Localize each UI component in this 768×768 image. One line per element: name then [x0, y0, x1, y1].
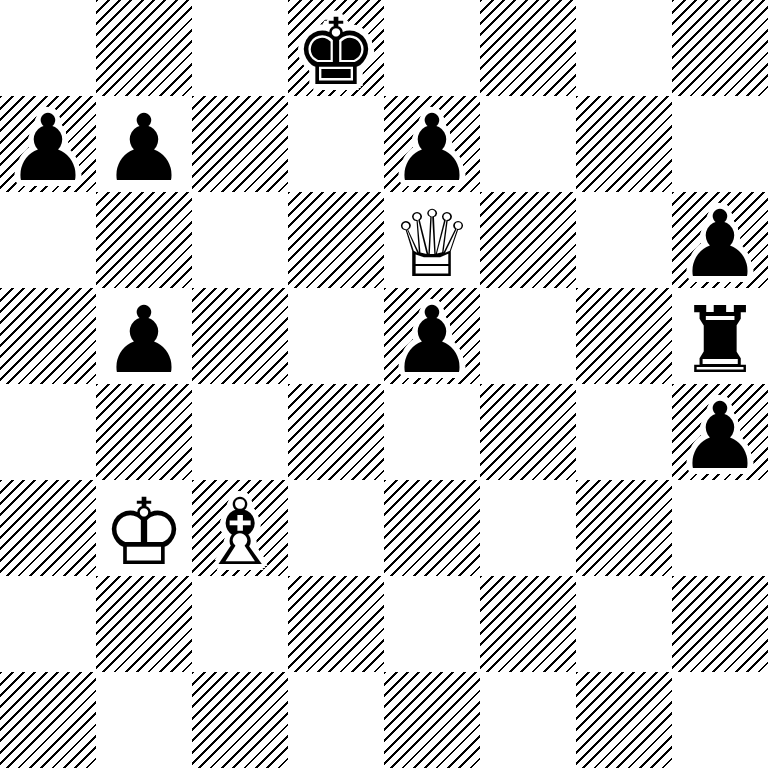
square-b4[interactable] [96, 384, 192, 480]
square-f3[interactable] [480, 480, 576, 576]
square-b8[interactable] [96, 0, 192, 96]
square-d8[interactable]: ♚ [288, 0, 384, 96]
square-d1[interactable] [288, 672, 384, 768]
piece-black-pawn-b7: ♟ [96, 96, 192, 192]
chess-board: ♚♟♟♟♛♕♟♟♟♜♟♚♔♝♗ [0, 0, 768, 768]
square-b5[interactable]: ♟ [96, 288, 192, 384]
square-e1[interactable] [384, 672, 480, 768]
square-g4[interactable] [576, 384, 672, 480]
square-f5[interactable] [480, 288, 576, 384]
square-e6[interactable]: ♛♕ [384, 192, 480, 288]
bishop-outline-glyph: ♗ [192, 480, 288, 576]
piece-black-pawn-e7: ♟ [384, 96, 480, 192]
square-h4[interactable]: ♟ [672, 384, 768, 480]
king-outline-glyph: ♔ [96, 480, 192, 576]
square-g5[interactable] [576, 288, 672, 384]
square-b6[interactable] [96, 192, 192, 288]
square-a6[interactable] [0, 192, 96, 288]
square-f2[interactable] [480, 576, 576, 672]
square-c8[interactable] [192, 0, 288, 96]
square-g3[interactable] [576, 480, 672, 576]
square-c1[interactable] [192, 672, 288, 768]
queen-outline-glyph: ♕ [384, 192, 480, 288]
square-c2[interactable] [192, 576, 288, 672]
piece-white-bishop-c3: ♝♗ [192, 480, 288, 576]
square-b7[interactable]: ♟ [96, 96, 192, 192]
square-b1[interactable] [96, 672, 192, 768]
piece-black-king-d8: ♚ [288, 0, 384, 96]
square-a1[interactable] [0, 672, 96, 768]
square-g2[interactable] [576, 576, 672, 672]
piece-black-rook-h5: ♜ [672, 288, 768, 384]
square-c4[interactable] [192, 384, 288, 480]
square-h6[interactable]: ♟ [672, 192, 768, 288]
square-h3[interactable] [672, 480, 768, 576]
piece-white-king-b3: ♚♔ [96, 480, 192, 576]
square-a7[interactable]: ♟ [0, 96, 96, 192]
square-h7[interactable] [672, 96, 768, 192]
square-g1[interactable] [576, 672, 672, 768]
square-h1[interactable] [672, 672, 768, 768]
square-g6[interactable] [576, 192, 672, 288]
square-e3[interactable] [384, 480, 480, 576]
square-h2[interactable] [672, 576, 768, 672]
square-c3[interactable]: ♝♗ [192, 480, 288, 576]
piece-white-queen-e6: ♛♕ [384, 192, 480, 288]
square-b3[interactable]: ♚♔ [96, 480, 192, 576]
square-c6[interactable] [192, 192, 288, 288]
piece-black-pawn-h6: ♟ [672, 192, 768, 288]
square-d6[interactable] [288, 192, 384, 288]
piece-black-pawn-h4: ♟ [672, 384, 768, 480]
piece-black-pawn-a7: ♟ [0, 96, 96, 192]
square-c5[interactable] [192, 288, 288, 384]
square-g7[interactable] [576, 96, 672, 192]
square-a4[interactable] [0, 384, 96, 480]
square-e2[interactable] [384, 576, 480, 672]
square-a2[interactable] [0, 576, 96, 672]
square-f1[interactable] [480, 672, 576, 768]
square-c7[interactable] [192, 96, 288, 192]
square-e4[interactable] [384, 384, 480, 480]
square-a5[interactable] [0, 288, 96, 384]
square-d3[interactable] [288, 480, 384, 576]
square-f8[interactable] [480, 0, 576, 96]
square-a8[interactable] [0, 0, 96, 96]
square-d5[interactable] [288, 288, 384, 384]
square-e8[interactable] [384, 0, 480, 96]
square-b2[interactable] [96, 576, 192, 672]
square-f7[interactable] [480, 96, 576, 192]
piece-black-pawn-b5: ♟ [96, 288, 192, 384]
square-e7[interactable]: ♟ [384, 96, 480, 192]
square-d4[interactable] [288, 384, 384, 480]
square-d2[interactable] [288, 576, 384, 672]
square-d7[interactable] [288, 96, 384, 192]
square-h8[interactable] [672, 0, 768, 96]
square-g8[interactable] [576, 0, 672, 96]
square-e5[interactable]: ♟ [384, 288, 480, 384]
square-h5[interactable]: ♜ [672, 288, 768, 384]
piece-black-pawn-e5: ♟ [384, 288, 480, 384]
square-a3[interactable] [0, 480, 96, 576]
square-f4[interactable] [480, 384, 576, 480]
square-f6[interactable] [480, 192, 576, 288]
